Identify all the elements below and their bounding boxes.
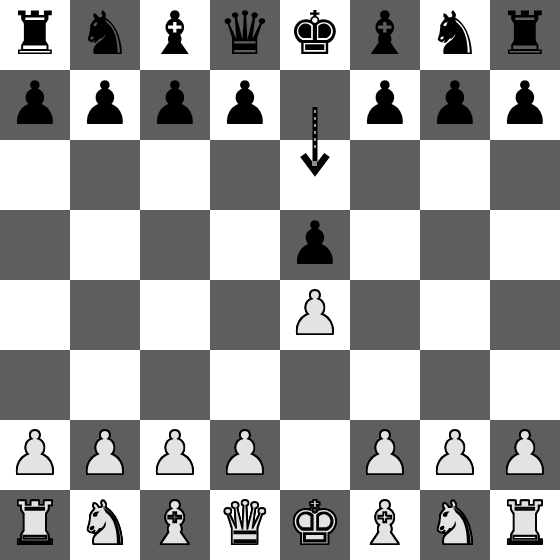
piece-white-knight[interactable]: ♞ xyxy=(428,493,482,553)
square-d1[interactable]: ♛ xyxy=(210,490,280,560)
piece-black-pawn[interactable]: ♟ xyxy=(78,73,132,133)
square-d8[interactable]: ♛ xyxy=(210,0,280,70)
square-a2[interactable]: ♟ xyxy=(0,420,70,490)
piece-black-pawn[interactable]: ♟ xyxy=(218,73,272,133)
piece-white-pawn[interactable]: ♟ xyxy=(8,423,62,483)
square-f3[interactable] xyxy=(350,350,420,420)
square-a8[interactable]: ♜ xyxy=(0,0,70,70)
square-e8[interactable]: ♚ xyxy=(280,0,350,70)
piece-white-rook[interactable]: ♜ xyxy=(498,493,552,553)
square-e4[interactable]: ♟ xyxy=(280,280,350,350)
piece-white-pawn[interactable]: ♟ xyxy=(358,423,412,483)
square-g1[interactable]: ♞ xyxy=(420,490,490,560)
square-g2[interactable]: ♟ xyxy=(420,420,490,490)
square-c5[interactable] xyxy=(140,210,210,280)
square-c4[interactable] xyxy=(140,280,210,350)
square-h1[interactable]: ♜ xyxy=(490,490,560,560)
piece-white-rook[interactable]: ♜ xyxy=(8,493,62,553)
square-f2[interactable]: ♟ xyxy=(350,420,420,490)
square-b1[interactable]: ♞ xyxy=(70,490,140,560)
piece-black-king[interactable]: ♚ xyxy=(288,3,342,63)
piece-white-knight[interactable]: ♞ xyxy=(78,493,132,553)
piece-black-pawn[interactable]: ♟ xyxy=(288,213,342,273)
piece-white-bishop[interactable]: ♝ xyxy=(358,493,412,553)
square-d5[interactable] xyxy=(210,210,280,280)
square-e2[interactable] xyxy=(280,420,350,490)
square-f8[interactable]: ♝ xyxy=(350,0,420,70)
square-e1[interactable]: ♚ xyxy=(280,490,350,560)
chess-board: ♜♞♝♛♚♝♞♜♟♟♟♟♟♟♟♟♟♟♟♟♟♟♟♟♜♞♝♛♚♝♞♜ xyxy=(0,0,560,560)
piece-white-pawn[interactable]: ♟ xyxy=(498,423,552,483)
chess-board-window: ♜♞♝♛♚♝♞♜♟♟♟♟♟♟♟♟♟♟♟♟♟♟♟♟♜♞♝♛♚♝♞♜ xyxy=(0,0,560,560)
square-c1[interactable]: ♝ xyxy=(140,490,210,560)
square-c7[interactable]: ♟ xyxy=(140,70,210,140)
square-b6[interactable] xyxy=(70,140,140,210)
square-c2[interactable]: ♟ xyxy=(140,420,210,490)
square-a7[interactable]: ♟ xyxy=(0,70,70,140)
square-h2[interactable]: ♟ xyxy=(490,420,560,490)
piece-black-queen[interactable]: ♛ xyxy=(218,3,272,63)
square-b5[interactable] xyxy=(70,210,140,280)
square-h4[interactable] xyxy=(490,280,560,350)
square-b8[interactable]: ♞ xyxy=(70,0,140,70)
square-e6[interactable] xyxy=(280,140,350,210)
square-d6[interactable] xyxy=(210,140,280,210)
square-f4[interactable] xyxy=(350,280,420,350)
square-a1[interactable]: ♜ xyxy=(0,490,70,560)
square-g4[interactable] xyxy=(420,280,490,350)
square-b3[interactable] xyxy=(70,350,140,420)
square-g8[interactable]: ♞ xyxy=(420,0,490,70)
piece-black-rook[interactable]: ♜ xyxy=(8,3,62,63)
square-f5[interactable] xyxy=(350,210,420,280)
piece-black-bishop[interactable]: ♝ xyxy=(358,3,412,63)
piece-black-bishop[interactable]: ♝ xyxy=(148,3,202,63)
piece-black-knight[interactable]: ♞ xyxy=(78,3,132,63)
square-f7[interactable]: ♟ xyxy=(350,70,420,140)
square-a4[interactable] xyxy=(0,280,70,350)
square-c6[interactable] xyxy=(140,140,210,210)
square-e3[interactable] xyxy=(280,350,350,420)
square-e7[interactable] xyxy=(280,70,350,140)
piece-white-pawn[interactable]: ♟ xyxy=(148,423,202,483)
piece-black-knight[interactable]: ♞ xyxy=(428,3,482,63)
square-g3[interactable] xyxy=(420,350,490,420)
square-f1[interactable]: ♝ xyxy=(350,490,420,560)
piece-white-queen[interactable]: ♛ xyxy=(218,493,272,553)
piece-black-rook[interactable]: ♜ xyxy=(498,3,552,63)
square-h7[interactable]: ♟ xyxy=(490,70,560,140)
square-b2[interactable]: ♟ xyxy=(70,420,140,490)
square-a3[interactable] xyxy=(0,350,70,420)
square-a5[interactable] xyxy=(0,210,70,280)
square-b4[interactable] xyxy=(70,280,140,350)
square-e5[interactable]: ♟ xyxy=(280,210,350,280)
square-a6[interactable] xyxy=(0,140,70,210)
square-h6[interactable] xyxy=(490,140,560,210)
square-d7[interactable]: ♟ xyxy=(210,70,280,140)
piece-white-king[interactable]: ♚ xyxy=(288,493,342,553)
piece-black-pawn[interactable]: ♟ xyxy=(8,73,62,133)
square-h3[interactable] xyxy=(490,350,560,420)
square-g6[interactable] xyxy=(420,140,490,210)
piece-white-pawn[interactable]: ♟ xyxy=(288,283,342,343)
square-b7[interactable]: ♟ xyxy=(70,70,140,140)
piece-black-pawn[interactable]: ♟ xyxy=(358,73,412,133)
square-d2[interactable]: ♟ xyxy=(210,420,280,490)
square-g7[interactable]: ♟ xyxy=(420,70,490,140)
square-f6[interactable] xyxy=(350,140,420,210)
square-c8[interactable]: ♝ xyxy=(140,0,210,70)
square-d3[interactable] xyxy=(210,350,280,420)
piece-black-pawn[interactable]: ♟ xyxy=(428,73,482,133)
piece-white-pawn[interactable]: ♟ xyxy=(218,423,272,483)
square-h8[interactable]: ♜ xyxy=(490,0,560,70)
piece-white-pawn[interactable]: ♟ xyxy=(428,423,482,483)
piece-white-pawn[interactable]: ♟ xyxy=(78,423,132,483)
square-d4[interactable] xyxy=(210,280,280,350)
piece-black-pawn[interactable]: ♟ xyxy=(148,73,202,133)
square-g5[interactable] xyxy=(420,210,490,280)
square-c3[interactable] xyxy=(140,350,210,420)
piece-black-pawn[interactable]: ♟ xyxy=(498,73,552,133)
piece-white-bishop[interactable]: ♝ xyxy=(148,493,202,553)
square-h5[interactable] xyxy=(490,210,560,280)
